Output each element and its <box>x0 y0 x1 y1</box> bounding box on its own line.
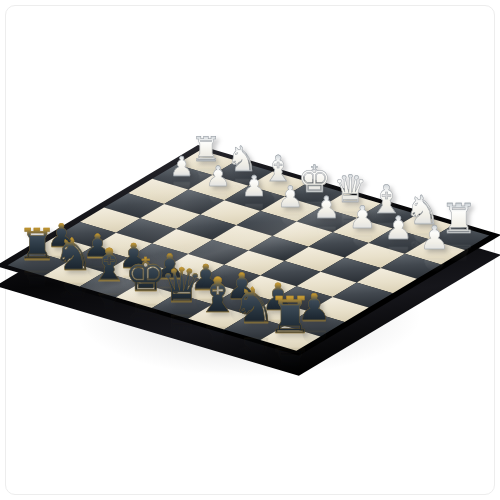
product-photo-canvas: ♜♜♞♞♝♝♛♛♚♚♝♝♞♞♜♜♟♟♟♟♟♟♟♟♟♟♟♟♟♟♟♟♟♟♟♟♟♟♟♟… <box>0 0 500 500</box>
